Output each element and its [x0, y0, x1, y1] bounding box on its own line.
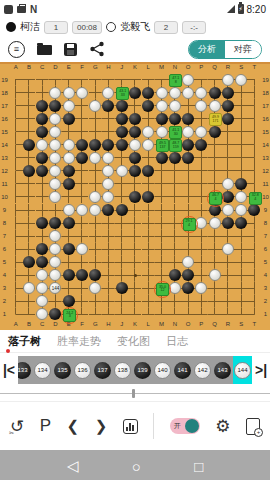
board-intersection[interactable] [168, 308, 181, 321]
ai-move-badge[interactable]: 35.012 [156, 283, 169, 296]
move-stone-141[interactable]: 141 [174, 362, 191, 379]
board-intersection[interactable] [221, 308, 234, 321]
board-intersection[interactable] [22, 295, 35, 308]
board-intersection[interactable] [102, 125, 115, 138]
white-stone [49, 87, 61, 99]
board-intersection[interactable] [49, 73, 62, 86]
board-intersection[interactable] [128, 282, 141, 295]
board-intersection[interactable] [36, 86, 49, 99]
ai-move-badge[interactable]: 47.18 [169, 74, 182, 87]
coord-number-left: 4 [0, 269, 9, 282]
board-intersection[interactable] [208, 230, 221, 243]
board-intersection[interactable] [195, 112, 208, 125]
board-intersection[interactable] [195, 256, 208, 269]
mode-play-button[interactable]: 对弈 [225, 41, 261, 58]
board-intersection[interactable] [208, 138, 221, 151]
board-intersection[interactable] [102, 269, 115, 282]
coord-number-right: 16 [261, 112, 270, 125]
board-intersection[interactable] [75, 164, 88, 177]
board-intersection[interactable] [195, 230, 208, 243]
board-intersection[interactable] [9, 295, 22, 308]
black-stone [222, 100, 234, 112]
board-intersection[interactable] [195, 164, 208, 177]
board-intersection[interactable] [248, 217, 261, 230]
board-intersection[interactable] [89, 230, 102, 243]
board-intersection[interactable] [221, 256, 234, 269]
board-intersection[interactable] [9, 230, 22, 243]
board-intersection[interactable] [89, 295, 102, 308]
board-intersection[interactable] [142, 151, 155, 164]
board-intersection[interactable] [234, 151, 247, 164]
white-stone [195, 100, 207, 112]
board-intersection[interactable] [234, 138, 247, 151]
move-slot[interactable]: 137 [93, 356, 112, 384]
board-intersection[interactable] [128, 73, 141, 86]
move-strip: |< 133134135136137138139140141142143144 … [0, 353, 270, 387]
coord-number-left: 14 [0, 138, 9, 151]
board-intersection[interactable] [208, 151, 221, 164]
board-intersection[interactable] [36, 73, 49, 86]
prune-undo-icon[interactable]: ↺✂ [10, 416, 24, 437]
board-intersection[interactable] [248, 112, 261, 125]
board-intersection[interactable] [195, 73, 208, 86]
tab-2[interactable]: 胜率走势 [57, 334, 101, 349]
board-intersection[interactable] [221, 138, 234, 151]
board-intersection[interactable] [89, 164, 102, 177]
board-intersection[interactable] [155, 217, 168, 230]
move-stone-138[interactable]: 138 [114, 362, 131, 379]
board-intersection[interactable] [89, 86, 102, 99]
board-intersection[interactable] [155, 164, 168, 177]
board-intersection[interactable] [248, 151, 261, 164]
move-stone-139[interactable]: 139 [134, 362, 151, 379]
analysis-chart-icon[interactable] [123, 419, 138, 434]
board-intersection[interactable] [36, 230, 49, 243]
board-intersection[interactable] [248, 308, 261, 321]
board-intersection[interactable] [195, 243, 208, 256]
board-intersection[interactable] [9, 243, 22, 256]
black-stone [129, 152, 141, 164]
board-intersection[interactable] [115, 256, 128, 269]
tab-3[interactable]: 变化图 [117, 334, 150, 349]
ai-move-badge[interactable]: 48.7159 [169, 139, 182, 152]
board-intersection[interactable] [115, 151, 128, 164]
board-intersection[interactable] [195, 269, 208, 282]
board-intersection[interactable] [128, 217, 141, 230]
coord-letter-top: Q [208, 64, 221, 73]
board-intersection[interactable] [208, 177, 221, 190]
board-intersection[interactable] [128, 99, 141, 112]
board-intersection[interactable] [89, 217, 102, 230]
board-intersection[interactable] [142, 256, 155, 269]
board-intersection[interactable] [22, 269, 35, 282]
jump-first-button[interactable]: |< [0, 362, 18, 378]
board-intersection[interactable] [128, 308, 141, 321]
board-intersection[interactable] [9, 99, 22, 112]
board-intersection[interactable] [128, 230, 141, 243]
jump-last-button[interactable]: >| [252, 362, 270, 378]
move-slot[interactable]: 142 [193, 356, 212, 384]
board-intersection[interactable] [89, 308, 102, 321]
board-intersection[interactable] [168, 177, 181, 190]
board-intersection[interactable] [9, 86, 22, 99]
board-intersection[interactable] [22, 217, 35, 230]
board-intersection[interactable] [168, 217, 181, 230]
back-icon[interactable]: ◁ [67, 457, 79, 475]
board-intersection[interactable] [142, 230, 155, 243]
board-intersection[interactable] [248, 269, 261, 282]
move-slot[interactable]: 143 [213, 356, 232, 384]
board-intersection[interactable] [115, 73, 128, 86]
board-intersection[interactable] [75, 282, 88, 295]
board-intersection[interactable] [62, 125, 75, 138]
board-intersection[interactable] [142, 295, 155, 308]
recents-icon[interactable]: □ [194, 458, 203, 475]
board-intersection[interactable] [115, 295, 128, 308]
board-intersection[interactable] [115, 269, 128, 282]
move-slot[interactable]: 140 [153, 356, 172, 384]
board-intersection[interactable] [75, 217, 88, 230]
white-stone [129, 139, 141, 151]
white-stone [89, 152, 101, 164]
board-intersection[interactable] [9, 112, 22, 125]
board-intersection[interactable] [102, 112, 115, 125]
board-intersection[interactable] [234, 86, 247, 99]
board-intersection[interactable] [9, 256, 22, 269]
board-intersection[interactable] [128, 177, 141, 190]
ai-move-badge[interactable]: 24.23 [63, 309, 76, 322]
move-stone-134[interactable]: 134 [34, 362, 51, 379]
board-intersection[interactable] [9, 269, 22, 282]
board-intersection[interactable] [181, 243, 194, 256]
board-intersection[interactable] [22, 99, 35, 112]
board-intersection[interactable] [234, 99, 247, 112]
board-intersection[interactable] [102, 243, 115, 256]
board-intersection[interactable] [62, 190, 75, 203]
mode-toggle[interactable]: 分析 对弈 [188, 40, 262, 59]
board-intersection[interactable] [9, 282, 22, 295]
ai-move-badge[interactable]: 29.14 [183, 218, 196, 231]
coord-letter-top: N [168, 64, 181, 73]
white-clock-chip: -:- [182, 21, 206, 34]
home-icon[interactable]: ○ [132, 458, 141, 475]
board-intersection[interactable] [181, 204, 194, 217]
move-stone-136[interactable]: 136 [74, 362, 91, 379]
board-intersection[interactable] [181, 177, 194, 190]
board-intersection[interactable] [115, 243, 128, 256]
board-intersection[interactable] [248, 243, 261, 256]
move-slot[interactable]: 136 [73, 356, 92, 384]
board-intersection[interactable] [181, 295, 194, 308]
board-intersection[interactable] [9, 217, 22, 230]
board-intersection[interactable] [168, 204, 181, 217]
board-intersection[interactable] [234, 295, 247, 308]
previous-move-icon[interactable]: ❮ [67, 417, 80, 435]
board-intersection[interactable] [142, 308, 155, 321]
board-intersection[interactable] [89, 243, 102, 256]
coord-letter-top: H [102, 64, 115, 73]
move-list[interactable]: 133134135136137138139140141142143144 [18, 356, 252, 384]
move-stone-137[interactable]: 137 [94, 362, 111, 379]
board-intersection[interactable] [22, 204, 35, 217]
menu-icon[interactable]: ≡ [8, 41, 25, 58]
board-intersection[interactable] [75, 230, 88, 243]
board-intersection[interactable] [155, 256, 168, 269]
white-stone [142, 126, 154, 138]
board-intersection[interactable] [234, 164, 247, 177]
board-intersection[interactable] [155, 243, 168, 256]
board-intersection[interactable] [22, 190, 35, 203]
board-intersection[interactable] [102, 73, 115, 86]
board-intersection[interactable] [102, 282, 115, 295]
move-slot[interactable]: 134 [33, 356, 52, 384]
settings-gear-icon[interactable]: ⚙ [215, 416, 230, 436]
board-intersection[interactable] [75, 99, 88, 112]
ai-move-badge[interactable]: 43.133 [116, 87, 129, 100]
move-stone-142[interactable]: 142 [194, 362, 211, 379]
board-intersection[interactable] [168, 295, 181, 308]
board-intersection[interactable] [195, 151, 208, 164]
board-intersection[interactable] [195, 295, 208, 308]
move-slot[interactable]: 135 [53, 356, 72, 384]
white-stone [63, 152, 75, 164]
board-intersection[interactable] [195, 308, 208, 321]
board-intersection[interactable] [22, 73, 35, 86]
board-intersection[interactable] [181, 308, 194, 321]
board-intersection[interactable] [62, 282, 75, 295]
board-intersection[interactable] [248, 177, 261, 190]
board-intersection[interactable] [168, 164, 181, 177]
board-intersection[interactable] [49, 295, 62, 308]
tab-1[interactable]: 落子树 [8, 334, 41, 349]
pass-button[interactable]: P [40, 416, 51, 436]
move-stone-143[interactable]: 143 [214, 362, 231, 379]
board-intersection[interactable] [248, 256, 261, 269]
board-intersection[interactable] [142, 177, 155, 190]
board-intersection[interactable] [9, 151, 22, 164]
board-intersection[interactable] [75, 256, 88, 269]
board-intersection[interactable] [234, 112, 247, 125]
board-intersection[interactable] [128, 256, 141, 269]
move-stone-140[interactable]: 140 [154, 362, 171, 379]
coord-letter-bottom: F [75, 321, 88, 330]
board-intersection[interactable] [208, 164, 221, 177]
board-intersection[interactable] [75, 125, 88, 138]
board-intersection[interactable] [89, 73, 102, 86]
board-intersection[interactable] [155, 204, 168, 217]
move-slot[interactable]: 141 [173, 356, 192, 384]
board-intersection[interactable] [181, 164, 194, 177]
board-intersection[interactable] [248, 99, 261, 112]
board-intersection[interactable] [234, 308, 247, 321]
save-icon[interactable] [64, 43, 77, 56]
board-intersection[interactable] [22, 112, 35, 125]
board-intersection[interactable] [168, 230, 181, 243]
board-intersection[interactable] [22, 151, 35, 164]
board-intersection[interactable] [9, 138, 22, 151]
board-intersection[interactable] [9, 190, 22, 203]
coord-number-left: 1 [0, 308, 9, 321]
board-intersection[interactable] [208, 256, 221, 269]
board-intersection[interactable] [89, 177, 102, 190]
board-intersection[interactable] [22, 230, 35, 243]
board-intersection[interactable] [75, 73, 88, 86]
resize-handle[interactable] [132, 389, 135, 398]
board-intersection[interactable] [181, 190, 194, 203]
board-intersection[interactable] [234, 256, 247, 269]
board-intersection[interactable] [248, 86, 261, 99]
board-intersection[interactable] [102, 217, 115, 230]
board-intersection[interactable] [115, 217, 128, 230]
move-slot[interactable]: 133 [18, 356, 32, 384]
board-intersection[interactable] [128, 243, 141, 256]
board-intersection[interactable] [221, 151, 234, 164]
tab-4[interactable]: 日志 [166, 334, 188, 349]
board-intersection[interactable] [248, 282, 261, 295]
board-intersection[interactable] [9, 308, 22, 321]
move-stone-144[interactable]: 144 [234, 362, 251, 379]
coord-letter-bottom: P [195, 321, 208, 330]
board-intersection[interactable] [102, 295, 115, 308]
board-intersection[interactable] [208, 308, 221, 321]
board-intersection[interactable] [168, 256, 181, 269]
board-intersection[interactable] [36, 190, 49, 203]
board-intersection[interactable] [234, 230, 247, 243]
board-intersection[interactable] [102, 308, 115, 321]
board-intersection[interactable] [248, 138, 261, 151]
board-intersection[interactable] [115, 190, 128, 203]
board-intersection[interactable] [9, 125, 22, 138]
board-intersection[interactable] [9, 73, 22, 86]
open-folder-icon[interactable] [37, 45, 52, 55]
board-intersection[interactable] [75, 112, 88, 125]
board-intersection[interactable] [128, 204, 141, 217]
move-stone-135[interactable]: 135 [54, 362, 71, 379]
board-intersection[interactable] [75, 177, 88, 190]
board-intersection[interactable] [195, 190, 208, 203]
ai-move-badge[interactable]: 46.74 [209, 192, 222, 205]
board-intersection[interactable] [208, 243, 221, 256]
go-board[interactable]: ABCDEFGHJKLMNOPQRSTABCDEFGHJKLMNOPQRST19… [0, 62, 270, 330]
mode-analysis-button[interactable]: 分析 [189, 41, 225, 58]
board-intersection[interactable] [9, 177, 22, 190]
board-intersection[interactable] [142, 269, 155, 282]
ai-move-badge[interactable]: 41.130 [169, 126, 182, 139]
board-intersection[interactable] [248, 230, 261, 243]
board-intersection[interactable] [89, 112, 102, 125]
board-intersection[interactable] [195, 177, 208, 190]
board-intersection[interactable] [208, 295, 221, 308]
board-intersection[interactable] [208, 73, 221, 86]
coord-number-right: 3 [261, 282, 270, 295]
ai-move-badge[interactable]: 49.9171 [209, 113, 222, 126]
board-intersection[interactable] [142, 204, 155, 217]
board-intersection[interactable] [89, 125, 102, 138]
board-intersection[interactable] [36, 177, 49, 190]
board-intersection[interactable] [9, 164, 22, 177]
last-move-number: 144 [52, 286, 60, 291]
board-intersection[interactable] [221, 295, 234, 308]
board-intersection[interactable] [221, 125, 234, 138]
share-icon[interactable] [89, 41, 105, 57]
board-intersection[interactable] [155, 190, 168, 203]
board-intersection[interactable] [248, 125, 261, 138]
white-stone [76, 204, 88, 216]
board-intersection[interactable] [22, 243, 35, 256]
new-file-icon[interactable]: + [246, 418, 260, 435]
board-intersection[interactable] [115, 308, 128, 321]
board-intersection[interactable] [75, 190, 88, 203]
move-stone-133[interactable]: 133 [18, 362, 31, 379]
board-intersection[interactable] [168, 190, 181, 203]
board-intersection[interactable] [234, 243, 247, 256]
board-intersection[interactable] [142, 112, 155, 125]
board-intersection[interactable] [195, 204, 208, 217]
white-stone [222, 74, 234, 86]
board-intersection[interactable] [102, 256, 115, 269]
board-intersection[interactable] [155, 269, 168, 282]
board-intersection[interactable] [181, 99, 194, 112]
board-intersection[interactable] [89, 256, 102, 269]
ai-on-toggle[interactable]: 开 [170, 418, 200, 434]
board-intersection[interactable] [248, 295, 261, 308]
board-intersection[interactable] [208, 282, 221, 295]
board-intersection[interactable] [248, 73, 261, 86]
board-intersection[interactable] [155, 230, 168, 243]
board-intersection[interactable] [234, 282, 247, 295]
board-intersection[interactable] [142, 243, 155, 256]
board-intersection[interactable] [155, 308, 168, 321]
move-slot[interactable]: 138 [113, 356, 132, 384]
board-intersection[interactable] [142, 282, 155, 295]
board-intersection[interactable] [102, 230, 115, 243]
board-intersection[interactable] [115, 230, 128, 243]
coord-letter-top: G [89, 64, 102, 73]
board-intersection[interactable] [155, 177, 168, 190]
board-intersection[interactable] [22, 125, 35, 138]
board-intersection[interactable] [62, 230, 75, 243]
board-intersection[interactable] [49, 204, 62, 217]
board-intersection[interactable] [22, 308, 35, 321]
board-intersection[interactable] [221, 230, 234, 243]
board-intersection[interactable] [22, 177, 35, 190]
board-intersection[interactable] [9, 204, 22, 217]
board-intersection[interactable] [128, 295, 141, 308]
next-move-icon[interactable]: ❯ [95, 417, 108, 435]
board-intersection[interactable] [155, 73, 168, 86]
current-move-highlight[interactable]: 144 [233, 356, 252, 384]
board-intersection[interactable] [234, 125, 247, 138]
ai-move-badge[interactable]: 49.5137 [156, 139, 169, 152]
board-intersection[interactable] [221, 282, 234, 295]
board-intersection[interactable] [142, 217, 155, 230]
board-intersection[interactable] [62, 73, 75, 86]
move-slot[interactable]: 139 [133, 356, 152, 384]
ai-move-badge[interactable]: 32.84 [249, 192, 262, 205]
board-intersection[interactable] [75, 295, 88, 308]
board-intersection[interactable] [22, 86, 35, 99]
board-intersection[interactable] [168, 243, 181, 256]
coord-number-right: 19 [261, 73, 270, 86]
board-intersection[interactable] [62, 256, 75, 269]
board-intersection[interactable] [115, 177, 128, 190]
board-intersection[interactable] [248, 164, 261, 177]
board-intersection[interactable] [36, 204, 49, 217]
board-intersection[interactable] [234, 269, 247, 282]
board-intersection[interactable] [221, 269, 234, 282]
board-intersection[interactable] [221, 164, 234, 177]
board-intersection[interactable] [142, 73, 155, 86]
